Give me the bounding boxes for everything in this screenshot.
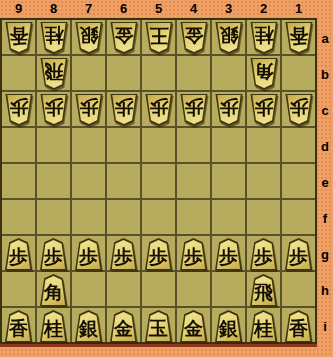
square-7d[interactable]: [72, 128, 105, 162]
koma-shape: 歩: [4, 94, 34, 126]
square-3h[interactable]: [212, 272, 245, 306]
kanji-pawn: 歩: [74, 238, 104, 270]
square-5h[interactable]: [142, 272, 175, 306]
kanji-pawn: 歩: [109, 238, 139, 270]
sente-gold[interactable]: 金: [109, 310, 139, 342]
square-5e[interactable]: [142, 164, 175, 198]
kanji-pawn: 歩: [144, 238, 174, 270]
koma-shape: 桂: [249, 22, 279, 54]
square-1c[interactable]: 歩: [282, 92, 315, 126]
koma-shape: 桂: [39, 22, 69, 54]
koma-shape: 歩: [249, 238, 279, 270]
gote-lance[interactable]: 香: [4, 22, 34, 54]
square-9d[interactable]: [2, 128, 35, 162]
square-3d[interactable]: [212, 128, 245, 162]
gote-pawn[interactable]: 歩: [144, 94, 174, 126]
koma-shape: 角: [249, 58, 279, 90]
gote-silver[interactable]: 銀: [74, 22, 104, 54]
square-8c[interactable]: 歩: [37, 92, 70, 126]
square-1h[interactable]: [282, 272, 315, 306]
square-2a[interactable]: 桂: [247, 20, 280, 54]
square-8d[interactable]: [37, 128, 70, 162]
square-2i[interactable]: 桂: [247, 308, 280, 342]
koma-shape: 飛: [249, 274, 279, 306]
square-5d[interactable]: [142, 128, 175, 162]
square-7h[interactable]: [72, 272, 105, 306]
koma-shape: 歩: [144, 94, 174, 126]
square-8f[interactable]: [37, 200, 70, 234]
square-7b[interactable]: [72, 56, 105, 90]
gote-pawn[interactable]: 歩: [74, 94, 104, 126]
square-6a[interactable]: 金: [107, 20, 140, 54]
square-3b[interactable]: [212, 56, 245, 90]
square-8i[interactable]: 桂: [37, 308, 70, 342]
sente-lance[interactable]: 香: [284, 310, 314, 342]
kanji-pawn: 歩: [214, 238, 244, 270]
rank-label-c: c: [317, 92, 333, 128]
square-6d[interactable]: [107, 128, 140, 162]
gote-pawn[interactable]: 歩: [179, 94, 209, 126]
sente-pawn[interactable]: 歩: [179, 238, 209, 270]
gote-bishop[interactable]: 角: [249, 58, 279, 90]
koma-shape: 金: [109, 310, 139, 342]
square-6e[interactable]: [107, 164, 140, 198]
koma-shape: 香: [4, 310, 34, 342]
file-label-7: 7: [72, 0, 105, 18]
koma-shape: 桂: [39, 310, 69, 342]
square-1a[interactable]: 香: [282, 20, 315, 54]
square-9c[interactable]: 歩: [2, 92, 35, 126]
koma-shape: 歩: [144, 238, 174, 270]
square-9g[interactable]: 歩: [2, 236, 35, 270]
square-3c[interactable]: 歩: [212, 92, 245, 126]
koma-shape: 金: [109, 22, 139, 54]
square-4e[interactable]: [177, 164, 210, 198]
square-4i[interactable]: 金: [177, 308, 210, 342]
koma-shape: 歩: [39, 238, 69, 270]
kanji-gold: 金: [179, 310, 209, 342]
koma-shape: 銀: [214, 22, 244, 54]
gote-gold[interactable]: 金: [179, 22, 209, 54]
kanji-pawn: 歩: [284, 238, 314, 270]
file-label-2: 2: [247, 0, 280, 18]
kanji-pawn: 歩: [109, 94, 139, 126]
square-2g[interactable]: 歩: [247, 236, 280, 270]
square-5a[interactable]: 王: [142, 20, 175, 54]
square-4g[interactable]: 歩: [177, 236, 210, 270]
square-7a[interactable]: 銀: [72, 20, 105, 54]
koma-shape: 歩: [109, 238, 139, 270]
gote-knight[interactable]: 桂: [39, 22, 69, 54]
square-7c[interactable]: 歩: [72, 92, 105, 126]
kanji-pawn: 歩: [74, 94, 104, 126]
square-4b[interactable]: [177, 56, 210, 90]
koma-shape: 歩: [109, 94, 139, 126]
kanji-pawn: 歩: [179, 94, 209, 126]
gote-king[interactable]: 王: [144, 22, 174, 54]
square-9f[interactable]: [2, 200, 35, 234]
sente-knight[interactable]: 桂: [39, 310, 69, 342]
kanji-rook: 飛: [39, 58, 69, 90]
square-9h[interactable]: [2, 272, 35, 306]
kanji-knight: 桂: [249, 22, 279, 54]
kanji-pawn: 歩: [284, 94, 314, 126]
gote-pawn[interactable]: 歩: [214, 94, 244, 126]
square-5f[interactable]: [142, 200, 175, 234]
square-3e[interactable]: [212, 164, 245, 198]
koma-shape: 歩: [284, 238, 314, 270]
gote-pawn[interactable]: 歩: [4, 94, 34, 126]
gote-knight[interactable]: 桂: [249, 22, 279, 54]
koma-shape: 歩: [214, 238, 244, 270]
square-7g[interactable]: 歩: [72, 236, 105, 270]
koma-shape: 香: [284, 310, 314, 342]
square-9b[interactable]: [2, 56, 35, 90]
square-1g[interactable]: 歩: [282, 236, 315, 270]
square-4c[interactable]: 歩: [177, 92, 210, 126]
square-9i[interactable]: 香: [2, 308, 35, 342]
sente-pawn[interactable]: 歩: [4, 238, 34, 270]
kanji-pawn: 歩: [179, 238, 209, 270]
square-2d[interactable]: [247, 128, 280, 162]
square-2f[interactable]: [247, 200, 280, 234]
rank-label-i: i: [317, 308, 333, 344]
file-label-1: 1: [282, 0, 315, 18]
koma-shape: 歩: [74, 94, 104, 126]
sente-silver[interactable]: 銀: [214, 310, 244, 342]
square-2c[interactable]: 歩: [247, 92, 280, 126]
gote-rook[interactable]: 飛: [39, 58, 69, 90]
kanji-pawn: 歩: [4, 238, 34, 270]
gote-lance[interactable]: 香: [284, 22, 314, 54]
gote-pawn[interactable]: 歩: [39, 94, 69, 126]
square-2b[interactable]: 角: [247, 56, 280, 90]
kanji-silver: 銀: [214, 22, 244, 54]
kanji-pawn: 歩: [39, 94, 69, 126]
kanji-knight: 桂: [249, 310, 279, 342]
kanji-lance: 香: [284, 22, 314, 54]
square-7i[interactable]: 銀: [72, 308, 105, 342]
kanji-gold: 金: [109, 22, 139, 54]
square-1e[interactable]: [282, 164, 315, 198]
square-8g[interactable]: 歩: [37, 236, 70, 270]
kanji-knight: 桂: [39, 22, 69, 54]
kanji-pawn: 歩: [249, 238, 279, 270]
kanji-king: 玉: [144, 310, 174, 342]
koma-shape: 香: [4, 22, 34, 54]
sente-pawn[interactable]: 歩: [144, 238, 174, 270]
kanji-pawn: 歩: [144, 94, 174, 126]
sente-knight[interactable]: 桂: [249, 310, 279, 342]
square-8h[interactable]: 角: [37, 272, 70, 306]
koma-shape: 銀: [214, 310, 244, 342]
file-label-5: 5: [142, 0, 175, 18]
kanji-pawn: 歩: [249, 94, 279, 126]
gote-gold[interactable]: 金: [109, 22, 139, 54]
koma-shape: 銀: [74, 310, 104, 342]
koma-shape: 銀: [74, 22, 104, 54]
file-label-6: 6: [107, 0, 140, 18]
koma-shape: 歩: [179, 94, 209, 126]
sente-gold[interactable]: 金: [179, 310, 209, 342]
kanji-bishop: 角: [39, 274, 69, 306]
square-4f[interactable]: [177, 200, 210, 234]
square-9a[interactable]: 香: [2, 20, 35, 54]
square-1i[interactable]: 香: [282, 308, 315, 342]
sente-bishop[interactable]: 角: [39, 274, 69, 306]
square-6h[interactable]: [107, 272, 140, 306]
sente-pawn[interactable]: 歩: [39, 238, 69, 270]
file-label-9: 9: [2, 0, 35, 18]
kanji-gold: 金: [109, 310, 139, 342]
square-3f[interactable]: [212, 200, 245, 234]
file-label-3: 3: [212, 0, 245, 18]
gote-pawn[interactable]: 歩: [249, 94, 279, 126]
koma-shape: 歩: [249, 94, 279, 126]
sente-pawn[interactable]: 歩: [74, 238, 104, 270]
rank-label-e: e: [317, 164, 333, 200]
square-4h[interactable]: [177, 272, 210, 306]
square-1f[interactable]: [282, 200, 315, 234]
rank-label-d: d: [317, 128, 333, 164]
koma-shape: 香: [284, 22, 314, 54]
rank-labels: abcdefghi: [317, 18, 333, 344]
square-8a[interactable]: 桂: [37, 20, 70, 54]
koma-shape: 歩: [4, 238, 34, 270]
koma-shape: 歩: [39, 94, 69, 126]
kanji-pawn: 歩: [4, 94, 34, 126]
kanji-silver: 銀: [214, 310, 244, 342]
koma-shape: 歩: [179, 238, 209, 270]
square-6g[interactable]: 歩: [107, 236, 140, 270]
koma-shape: 飛: [39, 58, 69, 90]
shogi-board: 香桂銀金王金銀桂香飛角歩歩歩歩歩歩歩歩歩歩歩歩歩歩歩歩歩歩角飛香桂銀金玉金銀桂香: [0, 18, 317, 344]
sente-pawn[interactable]: 歩: [109, 238, 139, 270]
square-4a[interactable]: 金: [177, 20, 210, 54]
koma-shape: 金: [179, 22, 209, 54]
kanji-rook: 飛: [249, 274, 279, 306]
shogi-diagram: 987654321 香桂銀金王金銀桂香飛角歩歩歩歩歩歩歩歩歩歩歩歩歩歩歩歩歩歩角…: [0, 0, 333, 357]
rank-label-h: h: [317, 272, 333, 308]
square-3g[interactable]: 歩: [212, 236, 245, 270]
kanji-lance: 香: [4, 22, 34, 54]
koma-shape: 歩: [74, 238, 104, 270]
koma-shape: 歩: [214, 94, 244, 126]
square-5g[interactable]: 歩: [142, 236, 175, 270]
sente-king[interactable]: 玉: [144, 310, 174, 342]
square-7e[interactable]: [72, 164, 105, 198]
rank-label-b: b: [317, 56, 333, 92]
kanji-bishop: 角: [249, 58, 279, 90]
kanji-lance: 香: [4, 310, 34, 342]
square-4d[interactable]: [177, 128, 210, 162]
sente-pawn[interactable]: 歩: [214, 238, 244, 270]
square-3a[interactable]: 銀: [212, 20, 245, 54]
sente-rook[interactable]: 飛: [249, 274, 279, 306]
gote-pawn[interactable]: 歩: [284, 94, 314, 126]
sente-lance[interactable]: 香: [4, 310, 34, 342]
sente-silver[interactable]: 銀: [74, 310, 104, 342]
file-labels: 987654321: [0, 0, 317, 18]
square-1d[interactable]: [282, 128, 315, 162]
rank-label-f: f: [317, 200, 333, 236]
square-5c[interactable]: 歩: [142, 92, 175, 126]
koma-shape: 歩: [284, 94, 314, 126]
square-3i[interactable]: 銀: [212, 308, 245, 342]
file-label-8: 8: [37, 0, 70, 18]
koma-shape: 金: [179, 310, 209, 342]
kanji-lance: 香: [284, 310, 314, 342]
kanji-silver: 銀: [74, 22, 104, 54]
koma-shape: 王: [144, 22, 174, 54]
gote-silver[interactable]: 銀: [214, 22, 244, 54]
square-5i[interactable]: 玉: [142, 308, 175, 342]
square-6f[interactable]: [107, 200, 140, 234]
square-6b[interactable]: [107, 56, 140, 90]
square-8b[interactable]: 飛: [37, 56, 70, 90]
square-6i[interactable]: 金: [107, 308, 140, 342]
kanji-gold: 金: [179, 22, 209, 54]
square-2h[interactable]: 飛: [247, 272, 280, 306]
square-5b[interactable]: [142, 56, 175, 90]
square-7f[interactable]: [72, 200, 105, 234]
square-2e[interactable]: [247, 164, 280, 198]
square-1b[interactable]: [282, 56, 315, 90]
kanji-pawn: 歩: [39, 238, 69, 270]
gote-pawn[interactable]: 歩: [109, 94, 139, 126]
kanji-knight: 桂: [39, 310, 69, 342]
koma-shape: 玉: [144, 310, 174, 342]
kanji-pawn: 歩: [214, 94, 244, 126]
rank-label-g: g: [317, 236, 333, 272]
kanji-silver: 銀: [74, 310, 104, 342]
square-9e[interactable]: [2, 164, 35, 198]
square-6c[interactable]: 歩: [107, 92, 140, 126]
koma-shape: 角: [39, 274, 69, 306]
rank-label-a: a: [317, 20, 333, 56]
square-8e[interactable]: [37, 164, 70, 198]
file-label-4: 4: [177, 0, 210, 18]
sente-pawn[interactable]: 歩: [284, 238, 314, 270]
koma-shape: 桂: [249, 310, 279, 342]
sente-pawn[interactable]: 歩: [249, 238, 279, 270]
kanji-king: 王: [144, 22, 174, 54]
